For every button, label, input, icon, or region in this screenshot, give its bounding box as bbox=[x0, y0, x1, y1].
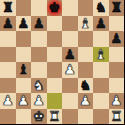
square-h3[interactable] bbox=[109, 78, 125, 94]
piece-black-pawn: ♟ bbox=[33, 16, 45, 32]
piece-white-pawn: ♟ bbox=[110, 93, 122, 109]
chess-board: ♜♚♞♜♟♟♟♝♟♟♟♝♝♟♞♞♟♟♟♟♟♚♜♜ bbox=[0, 0, 124, 124]
square-h6[interactable]: ♟ bbox=[109, 31, 125, 47]
piece-black-knight: ♞ bbox=[95, 0, 107, 16]
square-b6[interactable] bbox=[16, 31, 32, 47]
square-c6[interactable] bbox=[31, 31, 47, 47]
square-a8[interactable]: ♜ bbox=[0, 0, 16, 16]
square-h8[interactable]: ♜ bbox=[109, 0, 125, 16]
piece-white-pawn: ♟ bbox=[64, 62, 76, 78]
square-b8[interactable] bbox=[16, 0, 32, 16]
square-f1[interactable] bbox=[78, 109, 94, 125]
square-a5[interactable] bbox=[0, 47, 16, 63]
square-b2[interactable]: ♟ bbox=[16, 93, 32, 109]
square-f6[interactable] bbox=[78, 31, 94, 47]
piece-white-pawn: ♟ bbox=[79, 93, 91, 109]
piece-white-bishop: ♝ bbox=[95, 47, 107, 63]
piece-black-bishop: ♝ bbox=[17, 62, 29, 78]
square-e7[interactable] bbox=[62, 16, 78, 32]
square-h7[interactable] bbox=[109, 16, 125, 32]
square-d3[interactable] bbox=[47, 78, 63, 94]
square-e1[interactable] bbox=[62, 109, 78, 125]
square-e6[interactable] bbox=[62, 31, 78, 47]
square-h4[interactable] bbox=[109, 62, 125, 78]
piece-white-pawn: ♟ bbox=[2, 93, 14, 109]
square-b7[interactable]: ♟ bbox=[16, 16, 32, 32]
square-a7[interactable]: ♟ bbox=[0, 16, 16, 32]
piece-white-pawn: ♟ bbox=[17, 93, 29, 109]
square-b5[interactable] bbox=[16, 47, 32, 63]
square-c3[interactable]: ♞ bbox=[31, 78, 47, 94]
piece-black-rook: ♜ bbox=[2, 0, 14, 16]
square-d8[interactable]: ♚ bbox=[47, 0, 63, 16]
square-c1[interactable]: ♚ bbox=[31, 109, 47, 125]
piece-white-pawn: ♟ bbox=[33, 93, 45, 109]
piece-white-rook: ♜ bbox=[110, 109, 122, 125]
piece-black-pawn: ♟ bbox=[2, 16, 14, 32]
square-d1[interactable]: ♜ bbox=[47, 109, 63, 125]
piece-white-bishop: ♝ bbox=[79, 16, 91, 32]
square-g3[interactable] bbox=[93, 78, 109, 94]
piece-black-knight: ♞ bbox=[79, 78, 91, 94]
square-f4[interactable] bbox=[78, 62, 94, 78]
square-c7[interactable]: ♟ bbox=[31, 16, 47, 32]
square-c5[interactable] bbox=[31, 47, 47, 63]
square-g2[interactable] bbox=[93, 93, 109, 109]
square-d5[interactable] bbox=[47, 47, 63, 63]
piece-white-knight: ♞ bbox=[33, 78, 45, 94]
square-g8[interactable]: ♞ bbox=[93, 0, 109, 16]
square-b3[interactable] bbox=[16, 78, 32, 94]
square-e4[interactable]: ♟ bbox=[62, 62, 78, 78]
piece-black-pawn: ♟ bbox=[95, 16, 107, 32]
square-e3[interactable] bbox=[62, 78, 78, 94]
square-g5[interactable]: ♝ bbox=[93, 47, 109, 63]
square-e2[interactable] bbox=[62, 93, 78, 109]
square-g4[interactable] bbox=[93, 62, 109, 78]
piece-black-pawn: ♟ bbox=[17, 16, 29, 32]
square-e5[interactable]: ♟ bbox=[62, 47, 78, 63]
square-d4[interactable] bbox=[47, 62, 63, 78]
piece-black-pawn: ♟ bbox=[110, 31, 122, 47]
square-g1[interactable] bbox=[93, 109, 109, 125]
square-c4[interactable] bbox=[31, 62, 47, 78]
piece-black-king: ♚ bbox=[48, 0, 60, 16]
square-h5[interactable] bbox=[109, 47, 125, 63]
square-f8[interactable] bbox=[78, 0, 94, 16]
square-g7[interactable]: ♟ bbox=[93, 16, 109, 32]
square-a3[interactable] bbox=[0, 78, 16, 94]
piece-white-rook: ♜ bbox=[48, 109, 60, 125]
square-c8[interactable] bbox=[31, 0, 47, 16]
square-a4[interactable] bbox=[0, 62, 16, 78]
square-f3[interactable]: ♞ bbox=[78, 78, 94, 94]
square-e8[interactable] bbox=[62, 0, 78, 16]
square-h2[interactable]: ♟ bbox=[109, 93, 125, 109]
square-c2[interactable]: ♟ bbox=[31, 93, 47, 109]
square-d7[interactable] bbox=[47, 16, 63, 32]
square-g6[interactable] bbox=[93, 31, 109, 47]
square-b4[interactable]: ♝ bbox=[16, 62, 32, 78]
square-a6[interactable] bbox=[0, 31, 16, 47]
piece-black-pawn: ♟ bbox=[64, 47, 76, 63]
square-d6[interactable] bbox=[47, 31, 63, 47]
square-a1[interactable] bbox=[0, 109, 16, 125]
piece-black-rook: ♜ bbox=[110, 0, 122, 16]
square-b1[interactable] bbox=[16, 109, 32, 125]
square-f5[interactable] bbox=[78, 47, 94, 63]
square-f7[interactable]: ♝ bbox=[78, 16, 94, 32]
square-d2[interactable] bbox=[47, 93, 63, 109]
square-a2[interactable]: ♟ bbox=[0, 93, 16, 109]
square-h1[interactable]: ♜ bbox=[109, 109, 125, 125]
square-f2[interactable]: ♟ bbox=[78, 93, 94, 109]
piece-white-king: ♚ bbox=[33, 109, 45, 125]
